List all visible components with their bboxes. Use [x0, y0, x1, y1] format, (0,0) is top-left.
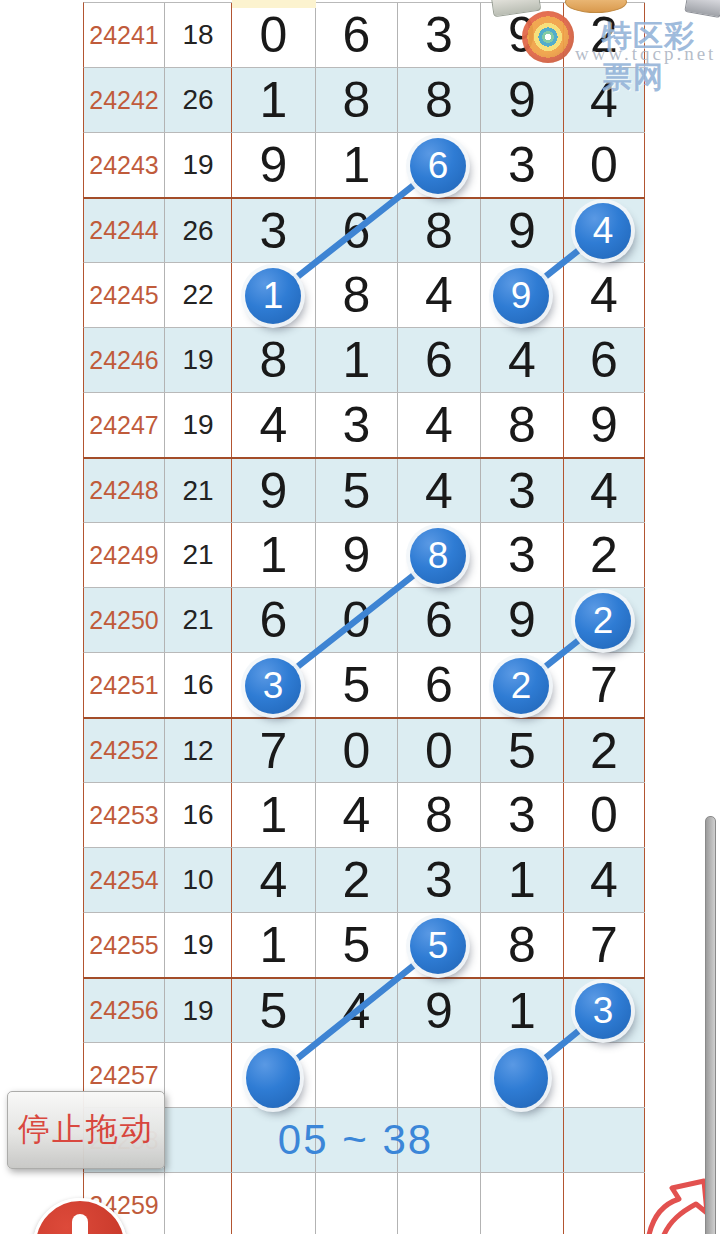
period-cell: 24248 — [84, 459, 165, 522]
digit-cell: 9 — [481, 68, 564, 132]
marked-digit-label: 9 — [511, 275, 532, 317]
digit-cell: 2 — [564, 523, 645, 587]
digit-cell — [564, 1173, 645, 1234]
marked-digit[interactable]: 3 — [245, 658, 301, 714]
table-row: 242452218494 — [83, 262, 645, 327]
digit-cell: 8 — [481, 913, 564, 977]
sum-cell: 10 — [165, 848, 232, 912]
digit-cell: 4 — [398, 459, 481, 522]
table-row: 242511635627 — [83, 652, 645, 717]
sum-cell: 19 — [165, 133, 232, 197]
marked-digit-label: 6 — [428, 145, 449, 187]
stop-drag-button[interactable]: 停止拖动 — [7, 1091, 165, 1169]
marked-digit-label: 4 — [593, 210, 614, 252]
digit-cell: 5 — [316, 459, 398, 522]
digit-cell: 8 — [316, 68, 398, 132]
table-row: 242442636894 — [83, 197, 645, 262]
period-cell: 24244 — [84, 199, 165, 262]
marked-digit-label: 3 — [593, 990, 614, 1032]
digit-cell: 6 — [398, 588, 481, 652]
marked-digit-label: 3 — [263, 665, 284, 707]
digit-cell: 1 — [232, 913, 316, 977]
lottery-trend-screen: 242411806392 242422618894 242431991630 2… — [0, 0, 720, 1234]
digit-cell: 9 — [398, 979, 481, 1042]
digit-cell: 4 — [398, 393, 481, 457]
digit-cell: 0 — [316, 719, 398, 782]
sum-cell — [165, 1108, 232, 1172]
digit-cell: 3 — [398, 848, 481, 912]
digit-cell: 8 — [398, 199, 481, 262]
digit-cell: 7 — [564, 913, 645, 977]
sum-cell: 19 — [165, 328, 232, 392]
digit-cell: 2 — [564, 3, 645, 67]
digit-cell: 6 — [232, 588, 316, 652]
drag-handle[interactable] — [494, 1048, 548, 1108]
period-cell: 24255 — [84, 913, 165, 977]
table-row: 242561954913 — [83, 977, 645, 1042]
table-row: 242492119832 — [83, 522, 645, 587]
digit-cell: 9 — [481, 588, 564, 652]
marked-digit[interactable]: 2 — [493, 658, 549, 714]
table-row: 242471943489 — [83, 392, 645, 457]
digit-cell: 7 — [564, 653, 645, 717]
marked-digit-label: 8 — [428, 535, 449, 577]
digit-cell: 8 — [398, 783, 481, 847]
period-cell: 24252 — [84, 719, 165, 782]
table-row: 242541042314 — [83, 847, 645, 912]
digit-cell: 3 — [481, 523, 564, 587]
digit-cell: 0 — [564, 783, 645, 847]
digit-cell — [564, 1043, 645, 1107]
period-cell: 24251 — [84, 653, 165, 717]
marked-digit[interactable]: 4 — [575, 203, 631, 259]
sum-cell: 19 — [165, 393, 232, 457]
period-cell: 24241 — [84, 3, 165, 67]
digit-cell — [316, 1173, 398, 1234]
digit-cell: 0 — [232, 3, 316, 67]
period-cell: 24256 — [84, 979, 165, 1042]
sum-cell — [165, 1043, 232, 1107]
drag-handle[interactable] — [246, 1048, 300, 1108]
digit-cell — [398, 1043, 481, 1107]
sum-cell: 21 — [165, 459, 232, 522]
digit-cell: 7 — [232, 719, 316, 782]
digit-cell: 9 — [232, 133, 316, 197]
digit-cell — [481, 1173, 564, 1234]
period-cell: 24253 — [84, 783, 165, 847]
sum-cell: 12 — [165, 719, 232, 782]
digit-cell: 1 — [232, 68, 316, 132]
marked-digit-label: 2 — [593, 600, 614, 642]
digit-cell: 3 — [232, 199, 316, 262]
digit-cell — [564, 1108, 645, 1172]
digit-cell: 3 — [316, 393, 398, 457]
digit-cell: 2 — [316, 848, 398, 912]
digit-cell: 1 — [232, 783, 316, 847]
digit-cell: 4 — [564, 848, 645, 912]
cutoff-toolbar-icon[interactable] — [684, 0, 720, 18]
exclamation-icon — [72, 1214, 88, 1234]
digit-cell: 3 — [481, 459, 564, 522]
digit-cell: 2 — [564, 719, 645, 782]
sum-cell: 19 — [165, 979, 232, 1042]
digit-cell: 8 — [232, 328, 316, 392]
digit-cell: 5 — [481, 719, 564, 782]
digit-cell: 1 — [316, 328, 398, 392]
marked-digit[interactable]: 2 — [575, 593, 631, 649]
digit-cell: 6 — [398, 328, 481, 392]
period-cell: 24242 — [84, 68, 165, 132]
sum-cell: 21 — [165, 523, 232, 587]
marked-digit[interactable]: 3 — [575, 983, 631, 1039]
marked-digit-label: 2 — [511, 665, 532, 707]
marked-digit[interactable]: 1 — [245, 268, 301, 324]
marked-digit[interactable]: 5 — [410, 918, 466, 974]
digit-cell: 8 — [398, 68, 481, 132]
digit-cell: 4 — [316, 979, 398, 1042]
marked-digit[interactable]: 8 — [410, 528, 466, 584]
sum-cell: 16 — [165, 653, 232, 717]
digit-cell: 4 — [564, 459, 645, 522]
digit-cell: 4 — [398, 263, 481, 327]
digit-cell: 9 — [232, 459, 316, 522]
marked-digit-label: 1 — [263, 275, 284, 317]
table-row: 242411806392 — [83, 2, 645, 67]
sum-cell: 21 — [165, 588, 232, 652]
table-row: 24259 — [83, 1172, 645, 1234]
digit-cell: 8 — [481, 393, 564, 457]
digit-cell: 5 — [232, 979, 316, 1042]
digit-cell: 5 — [316, 653, 398, 717]
table-row: 242551915587 — [83, 912, 645, 977]
period-cell: 24243 — [84, 133, 165, 197]
prediction-range-label: 05 ~ 38 — [231, 1108, 480, 1172]
digit-cell: 4 — [564, 68, 645, 132]
scrollbar-thumb[interactable] — [705, 816, 716, 1234]
table-row: 242482195434 — [83, 457, 645, 522]
digit-cell: 0 — [316, 588, 398, 652]
digit-cell: 3 — [481, 133, 564, 197]
sum-cell: 16 — [165, 783, 232, 847]
digit-cell: 1 — [316, 133, 398, 197]
period-cell: 24245 — [84, 263, 165, 327]
table-row: 242502160692 — [83, 587, 645, 652]
digit-cell: 4 — [316, 783, 398, 847]
digit-cell: 5 — [316, 913, 398, 977]
digit-cell: 4 — [564, 263, 645, 327]
period-cell: 24254 — [84, 848, 165, 912]
sum-cell: 26 — [165, 199, 232, 262]
table-row: 242521270052 — [83, 717, 645, 782]
period-cell: 24246 — [84, 328, 165, 392]
digit-cell — [316, 1043, 398, 1107]
period-cell: 24250 — [84, 588, 165, 652]
digit-cell: 4 — [232, 393, 316, 457]
digit-cell: 3 — [398, 3, 481, 67]
digit-cell: 4 — [232, 848, 316, 912]
digit-cell: 9 — [481, 199, 564, 262]
digit-cell: 9 — [564, 393, 645, 457]
marked-digit[interactable]: 6 — [410, 138, 466, 194]
digit-cell: 6 — [564, 328, 645, 392]
digit-cell: 1 — [481, 848, 564, 912]
table-row: 242422618894 — [83, 67, 645, 132]
table-row: 24257 — [83, 1042, 645, 1107]
sum-cell: 22 — [165, 263, 232, 327]
table-row: 242461981646 — [83, 327, 645, 392]
digit-cell: 6 — [398, 653, 481, 717]
digit-cell: 0 — [564, 133, 645, 197]
sum-cell: 19 — [165, 913, 232, 977]
marked-digit[interactable]: 9 — [493, 268, 549, 324]
period-cell: 24247 — [84, 393, 165, 457]
trend-table: 242411806392 242422618894 242431991630 2… — [83, 2, 645, 1234]
sum-cell: 26 — [165, 68, 232, 132]
digit-cell: 6 — [316, 199, 398, 262]
digit-cell — [481, 1108, 564, 1172]
digit-cell: 6 — [316, 3, 398, 67]
sum-cell: 18 — [165, 3, 232, 67]
table-row: 242431991630 — [83, 132, 645, 197]
digit-cell: 4 — [481, 328, 564, 392]
digit-cell: 9 — [316, 523, 398, 587]
marked-digit-label: 5 — [428, 925, 449, 967]
digit-cell: 1 — [481, 979, 564, 1042]
digit-cell: 8 — [316, 263, 398, 327]
digit-cell — [232, 1173, 316, 1234]
period-cell: 24249 — [84, 523, 165, 587]
digit-cell: 3 — [481, 783, 564, 847]
cutoff-highlight-cell — [232, 0, 316, 8]
table-row: 242531614830 — [83, 782, 645, 847]
digit-cell — [398, 1173, 481, 1234]
digit-cell: 0 — [398, 719, 481, 782]
sum-cell — [165, 1173, 232, 1234]
digit-cell: 1 — [232, 523, 316, 587]
